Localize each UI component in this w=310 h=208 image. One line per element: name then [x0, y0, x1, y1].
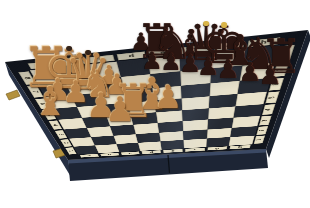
- pieces-layer: ♜♞♝♛♚♝♞♜♟♟♟♟♟♟♟♟♜♚♛♟♟♟♞♟♝♝♟♜♟♟: [0, 0, 310, 208]
- chess-piece-light-bishop-a4: ♝: [32, 81, 68, 121]
- chess-piece-light-pawn-d4: ♟: [105, 92, 135, 126]
- chess-piece-dark-pawn-h7: ♟: [258, 62, 281, 88]
- chess-piece-light-pawn-f4: ♟: [154, 81, 183, 113]
- dark-finial-icon: [85, 50, 90, 55]
- chess-piece-dark-pawn-f7: ♟: [216, 56, 239, 82]
- chess-set-photo: abcdefgh8877665544332211abcdefgh ♜♞♝♛♚♝♞…: [0, 0, 310, 208]
